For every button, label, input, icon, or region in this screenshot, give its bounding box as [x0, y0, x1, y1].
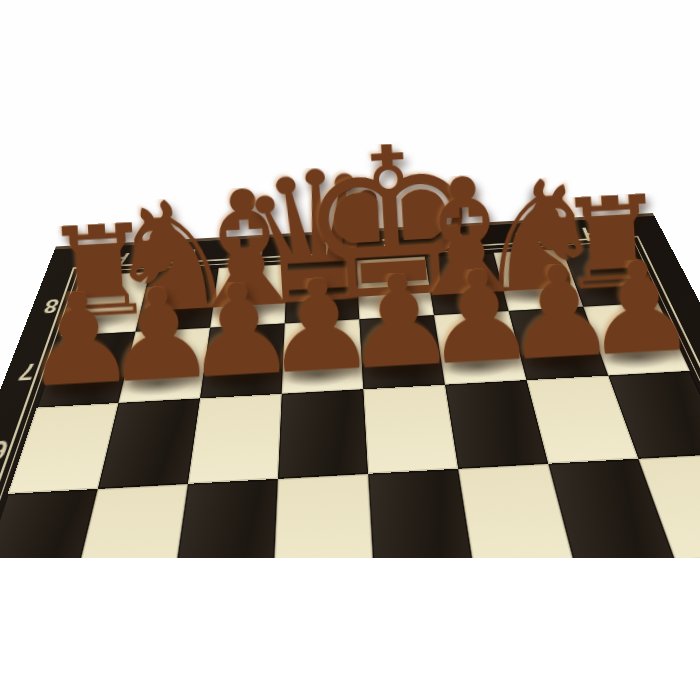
square-c6: [188, 394, 282, 484]
piece-pawn-h7: ♟: [581, 256, 700, 361]
perspective-scene: ABCDEFGH 87654321 ♜♞♝♛♚♝♞♜♟♟♟♟♟♟♟♟: [0, 0, 700, 558]
play-area: ♜♞♝♛♚♝♞♜♟♟♟♟♟♟♟♟: [0, 245, 700, 558]
square-e6: [363, 385, 458, 474]
chess-board: ABCDEFGH 87654321 ♜♞♝♛♚♝♞♜♟♟♟♟♟♟♟♟: [0, 215, 700, 558]
camera-tilt: ABCDEFGH 87654321 ♜♞♝♛♚♝♞♜♟♟♟♟♟♟♟♟: [0, 0, 700, 558]
square-d6: [278, 389, 368, 479]
square-c5: [173, 479, 278, 558]
photo-area: ABCDEFGH 87654321 ♜♞♝♛♚♝♞♜♟♟♟♟♟♟♟♟: [0, 0, 700, 558]
square-e5: [368, 469, 474, 558]
photo-bottom-margin: [0, 558, 700, 700]
square-d5: [273, 474, 374, 558]
